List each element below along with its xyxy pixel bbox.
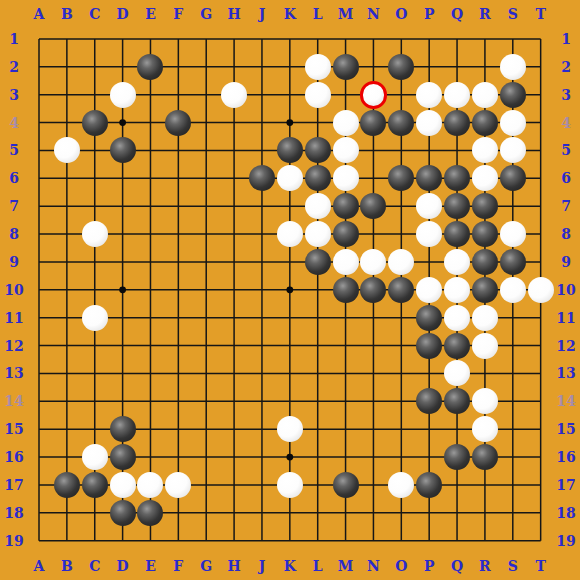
- col-label-top-N: N: [367, 7, 380, 21]
- row-label-right-8: 8: [561, 227, 571, 241]
- row-label-right-13: 13: [556, 366, 575, 380]
- col-label-bottom-E: E: [145, 559, 156, 573]
- row-label-left-7: 7: [9, 199, 19, 213]
- stone-white-H3: [221, 82, 247, 108]
- stone-black-S9: [500, 249, 526, 275]
- row-label-right-2: 2: [561, 60, 571, 74]
- col-label-top-O: O: [395, 7, 407, 21]
- row-label-right-7: 7: [561, 199, 571, 213]
- stone-white-C8: [82, 221, 108, 247]
- stone-white-L2: [305, 54, 331, 80]
- stone-white-E17: [137, 472, 163, 498]
- stone-black-D15: [110, 416, 136, 442]
- stone-black-R8: [472, 221, 498, 247]
- stone-white-S2: [500, 54, 526, 80]
- stone-black-L9: [305, 249, 331, 275]
- col-label-bottom-T: T: [535, 559, 545, 573]
- stone-black-C17: [82, 472, 108, 498]
- stone-black-P6: [416, 165, 442, 191]
- stone-white-L8: [305, 221, 331, 247]
- stone-white-R14: [472, 388, 498, 414]
- stone-white-Q10: [444, 277, 470, 303]
- row-label-right-14: 14: [556, 394, 575, 408]
- row-label-right-18: 18: [556, 506, 575, 520]
- col-label-bottom-N: N: [367, 559, 380, 573]
- stone-black-N10: [360, 277, 386, 303]
- col-label-top-L: L: [313, 7, 323, 21]
- col-label-top-A: A: [34, 7, 45, 21]
- col-label-bottom-F: F: [173, 559, 183, 573]
- col-label-top-Q: Q: [451, 7, 463, 21]
- row-label-left-18: 18: [4, 506, 23, 520]
- stone-black-O4: [388, 110, 414, 136]
- stone-black-P14: [416, 388, 442, 414]
- stone-black-N7: [360, 193, 386, 219]
- stone-white-S4: [500, 110, 526, 136]
- col-label-bottom-P: P: [424, 559, 435, 573]
- stone-black-O10: [388, 277, 414, 303]
- row-label-right-11: 11: [556, 311, 575, 325]
- stone-black-M2: [333, 54, 359, 80]
- col-label-top-C: C: [89, 7, 100, 21]
- stone-black-R10: [472, 277, 498, 303]
- row-label-right-16: 16: [556, 450, 575, 464]
- stone-white-D17: [110, 472, 136, 498]
- row-label-left-1: 1: [9, 32, 19, 46]
- stone-black-O6: [388, 165, 414, 191]
- row-label-left-3: 3: [9, 88, 19, 102]
- stone-white-B5: [54, 137, 80, 163]
- stone-black-C4: [82, 110, 108, 136]
- stone-black-P17: [416, 472, 442, 498]
- col-label-top-T: T: [535, 7, 545, 21]
- stone-white-Q11: [444, 305, 470, 331]
- row-label-left-2: 2: [9, 60, 19, 74]
- col-label-bottom-J: J: [259, 559, 266, 573]
- stone-white-P3: [416, 82, 442, 108]
- stone-white-K8: [277, 221, 303, 247]
- stone-white-P7: [416, 193, 442, 219]
- stone-black-D5: [110, 137, 136, 163]
- stone-black-P11: [416, 305, 442, 331]
- col-label-top-J: J: [259, 7, 266, 21]
- stone-white-K17: [277, 472, 303, 498]
- stone-white-P4: [416, 110, 442, 136]
- row-label-right-4: 4: [561, 116, 571, 130]
- stone-white-L7: [305, 193, 331, 219]
- stone-black-Q16: [444, 444, 470, 470]
- col-label-bottom-C: C: [89, 559, 100, 573]
- row-label-right-12: 12: [556, 339, 575, 353]
- row-label-left-16: 16: [4, 450, 23, 464]
- col-label-top-D: D: [117, 7, 129, 21]
- stone-white-Q3: [444, 82, 470, 108]
- stone-black-Q7: [444, 193, 470, 219]
- row-label-right-15: 15: [556, 422, 575, 436]
- stone-black-K5: [277, 137, 303, 163]
- row-label-right-3: 3: [561, 88, 571, 102]
- stone-white-M5: [333, 137, 359, 163]
- col-label-top-B: B: [61, 7, 73, 21]
- row-label-left-12: 12: [4, 339, 23, 353]
- col-label-bottom-M: M: [338, 559, 354, 573]
- stone-black-M8: [333, 221, 359, 247]
- stone-white-K6: [277, 165, 303, 191]
- row-label-right-5: 5: [561, 143, 571, 157]
- stone-white-N3-last-move: [360, 81, 388, 109]
- stone-white-S8: [500, 221, 526, 247]
- stone-black-M17: [333, 472, 359, 498]
- col-label-bottom-R: R: [479, 559, 491, 573]
- row-label-left-19: 19: [4, 534, 23, 548]
- col-label-bottom-K: K: [284, 559, 296, 573]
- stone-white-M9: [333, 249, 359, 275]
- row-label-right-19: 19: [556, 534, 575, 548]
- stone-white-R11: [472, 305, 498, 331]
- row-label-right-1: 1: [561, 32, 571, 46]
- col-label-top-F: F: [173, 7, 183, 21]
- stone-black-Q6: [444, 165, 470, 191]
- stone-white-R3: [472, 82, 498, 108]
- row-label-left-5: 5: [9, 143, 19, 157]
- stone-black-Q12: [444, 333, 470, 359]
- stone-white-M4: [333, 110, 359, 136]
- row-label-right-17: 17: [556, 478, 575, 492]
- stone-white-C16: [82, 444, 108, 470]
- stone-white-P8: [416, 221, 442, 247]
- stone-black-Q14: [444, 388, 470, 414]
- col-label-top-M: M: [338, 7, 354, 21]
- col-label-bottom-O: O: [395, 559, 407, 573]
- stone-white-N9: [360, 249, 386, 275]
- col-label-bottom-G: G: [200, 559, 212, 573]
- col-label-bottom-S: S: [508, 559, 518, 573]
- row-label-right-10: 10: [556, 283, 575, 297]
- stone-white-R12: [472, 333, 498, 359]
- stone-black-Q8: [444, 221, 470, 247]
- stone-white-Q13: [444, 360, 470, 386]
- col-label-top-H: H: [227, 7, 240, 21]
- col-label-top-R: R: [479, 7, 491, 21]
- stone-black-O2: [388, 54, 414, 80]
- stone-black-D16: [110, 444, 136, 470]
- stone-white-M6: [333, 165, 359, 191]
- row-label-left-10: 10: [4, 283, 23, 297]
- stone-black-R4: [472, 110, 498, 136]
- stone-black-M7: [333, 193, 359, 219]
- stone-white-Q9: [444, 249, 470, 275]
- row-label-left-13: 13: [4, 366, 23, 380]
- stone-black-D18: [110, 500, 136, 526]
- stone-black-L6: [305, 165, 331, 191]
- col-label-bottom-B: B: [61, 559, 73, 573]
- goban-grid[interactable]: [25, 25, 555, 555]
- row-label-left-15: 15: [4, 422, 23, 436]
- stone-white-K15: [277, 416, 303, 442]
- row-label-right-9: 9: [561, 255, 571, 269]
- stone-white-L3: [305, 82, 331, 108]
- row-label-left-9: 9: [9, 255, 19, 269]
- row-label-left-17: 17: [4, 478, 23, 492]
- stone-white-O9: [388, 249, 414, 275]
- col-label-top-G: G: [200, 7, 212, 21]
- stone-white-T10: [528, 277, 554, 303]
- stone-black-S3: [500, 82, 526, 108]
- col-label-top-E: E: [145, 7, 156, 21]
- stone-white-R15: [472, 416, 498, 442]
- row-label-left-8: 8: [9, 227, 19, 241]
- col-label-bottom-H: H: [227, 559, 240, 573]
- stone-white-O17: [388, 472, 414, 498]
- col-label-bottom-A: A: [34, 559, 45, 573]
- col-label-top-S: S: [508, 7, 518, 21]
- stone-black-Q4: [444, 110, 470, 136]
- row-label-right-6: 6: [561, 171, 571, 185]
- col-label-bottom-L: L: [313, 559, 323, 573]
- stone-white-S5: [500, 137, 526, 163]
- stone-black-M10: [333, 277, 359, 303]
- stone-white-S10: [500, 277, 526, 303]
- stone-black-R9: [472, 249, 498, 275]
- stone-white-F17: [165, 472, 191, 498]
- stone-black-P12: [416, 333, 442, 359]
- stone-black-E2: [137, 54, 163, 80]
- stone-white-D3: [110, 82, 136, 108]
- stone-white-P10: [416, 277, 442, 303]
- col-label-top-K: K: [284, 7, 296, 21]
- stone-white-R5: [472, 137, 498, 163]
- col-label-bottom-D: D: [117, 559, 129, 573]
- stone-black-R7: [472, 193, 498, 219]
- stone-black-J6: [249, 165, 275, 191]
- col-label-bottom-Q: Q: [451, 559, 463, 573]
- stone-black-B17: [54, 472, 80, 498]
- stone-black-F4: [165, 110, 191, 136]
- stone-black-E18: [137, 500, 163, 526]
- col-label-top-P: P: [424, 7, 435, 21]
- row-label-left-14: 14: [4, 394, 23, 408]
- stone-white-C11: [82, 305, 108, 331]
- row-label-left-11: 11: [4, 311, 23, 325]
- stone-black-S6: [500, 165, 526, 191]
- stone-white-R6: [472, 165, 498, 191]
- stone-black-L5: [305, 137, 331, 163]
- stone-black-N4: [360, 110, 386, 136]
- go-board-screen: AABBCCDDEEFFGGHHJJKKLLMMNNOOPPQQRRSSTT11…: [0, 0, 580, 580]
- stone-black-R16: [472, 444, 498, 470]
- row-label-left-4: 4: [9, 116, 19, 130]
- row-label-left-6: 6: [9, 171, 19, 185]
